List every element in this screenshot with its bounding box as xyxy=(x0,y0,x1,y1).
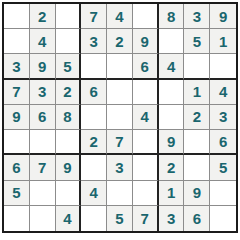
sudoku-cell-r1c4[interactable]: 7 xyxy=(81,4,107,29)
sudoku-cell-r4c6[interactable] xyxy=(133,80,159,105)
sudoku-cell-r8c1[interactable]: 5 xyxy=(4,181,30,206)
sudoku-cell-r3c5[interactable] xyxy=(107,54,133,79)
sudoku-cell-r6c6[interactable] xyxy=(133,130,159,155)
sudoku-cell-r2c6[interactable]: 9 xyxy=(133,29,159,54)
sudoku-cell-r8c4[interactable]: 4 xyxy=(81,181,107,206)
sudoku-cell-r5c7[interactable] xyxy=(159,105,185,130)
sudoku-cell-r1c6[interactable] xyxy=(133,4,159,29)
sudoku-cell-r2c8[interactable]: 5 xyxy=(184,29,210,54)
sudoku-cell-r6c1[interactable] xyxy=(4,130,30,155)
sudoku-board-container: 2748394329513956473261496842327966793255… xyxy=(2,2,238,233)
sudoku-cell-r3c3[interactable]: 5 xyxy=(56,54,82,79)
sudoku-cell-r6c3[interactable] xyxy=(56,130,82,155)
sudoku-cell-r7c9[interactable]: 5 xyxy=(210,155,236,180)
sudoku-cell-r8c9[interactable] xyxy=(210,181,236,206)
sudoku-cell-r9c5[interactable]: 5 xyxy=(107,206,133,231)
sudoku-cell-r3c2[interactable]: 9 xyxy=(30,54,56,79)
sudoku-cell-r7c3[interactable]: 9 xyxy=(56,155,82,180)
sudoku-cell-r4c5[interactable] xyxy=(107,80,133,105)
sudoku-cell-r4c3[interactable]: 2 xyxy=(56,80,82,105)
sudoku-cell-r7c6[interactable] xyxy=(133,155,159,180)
sudoku-cell-r5c9[interactable]: 3 xyxy=(210,105,236,130)
sudoku-cell-r8c7[interactable]: 1 xyxy=(159,181,185,206)
sudoku-board: 2748394329513956473261496842327966793255… xyxy=(2,2,238,233)
sudoku-cell-r9c9[interactable] xyxy=(210,206,236,231)
sudoku-cell-r9c6[interactable]: 7 xyxy=(133,206,159,231)
sudoku-cell-r9c1[interactable] xyxy=(4,206,30,231)
sudoku-cell-r4c1[interactable]: 7 xyxy=(4,80,30,105)
sudoku-cell-r8c5[interactable] xyxy=(107,181,133,206)
sudoku-cell-r1c7[interactable]: 8 xyxy=(159,4,185,29)
sudoku-cell-r3c1[interactable]: 3 xyxy=(4,54,30,79)
sudoku-cell-r3c8[interactable] xyxy=(184,54,210,79)
sudoku-cell-r2c2[interactable]: 4 xyxy=(30,29,56,54)
sudoku-cell-r5c6[interactable]: 4 xyxy=(133,105,159,130)
sudoku-cell-r3c7[interactable]: 4 xyxy=(159,54,185,79)
sudoku-cell-r4c2[interactable]: 3 xyxy=(30,80,56,105)
sudoku-cell-r1c3[interactable] xyxy=(56,4,82,29)
sudoku-cell-r8c2[interactable] xyxy=(30,181,56,206)
sudoku-cell-r5c4[interactable] xyxy=(81,105,107,130)
sudoku-cell-r2c9[interactable]: 1 xyxy=(210,29,236,54)
sudoku-cell-r7c4[interactable] xyxy=(81,155,107,180)
sudoku-cell-r7c8[interactable] xyxy=(184,155,210,180)
sudoku-cell-r4c7[interactable] xyxy=(159,80,185,105)
sudoku-cell-r2c5[interactable]: 2 xyxy=(107,29,133,54)
sudoku-cell-r6c2[interactable] xyxy=(30,130,56,155)
sudoku-cell-r2c1[interactable] xyxy=(4,29,30,54)
sudoku-cell-r2c3[interactable] xyxy=(56,29,82,54)
sudoku-cell-r6c5[interactable]: 7 xyxy=(107,130,133,155)
sudoku-cell-r8c3[interactable] xyxy=(56,181,82,206)
sudoku-cell-r6c8[interactable] xyxy=(184,130,210,155)
sudoku-cell-r6c9[interactable]: 6 xyxy=(210,130,236,155)
sudoku-cell-r1c5[interactable]: 4 xyxy=(107,4,133,29)
sudoku-cell-r6c4[interactable]: 2 xyxy=(81,130,107,155)
sudoku-cell-r9c4[interactable] xyxy=(81,206,107,231)
sudoku-cell-r4c9[interactable]: 4 xyxy=(210,80,236,105)
sudoku-cell-r6c7[interactable]: 9 xyxy=(159,130,185,155)
sudoku-cell-r8c8[interactable]: 9 xyxy=(184,181,210,206)
sudoku-cell-r1c9[interactable]: 9 xyxy=(210,4,236,29)
sudoku-cell-r9c2[interactable] xyxy=(30,206,56,231)
sudoku-cell-r1c8[interactable]: 3 xyxy=(184,4,210,29)
sudoku-cell-r4c4[interactable]: 6 xyxy=(81,80,107,105)
sudoku-cell-r1c1[interactable] xyxy=(4,4,30,29)
sudoku-cell-r5c3[interactable]: 8 xyxy=(56,105,82,130)
sudoku-cell-r2c7[interactable] xyxy=(159,29,185,54)
sudoku-cell-r8c6[interactable] xyxy=(133,181,159,206)
sudoku-cell-r7c2[interactable]: 7 xyxy=(30,155,56,180)
sudoku-cell-r9c8[interactable]: 6 xyxy=(184,206,210,231)
sudoku-cell-r7c7[interactable]: 2 xyxy=(159,155,185,180)
sudoku-cell-r5c2[interactable]: 6 xyxy=(30,105,56,130)
sudoku-cell-r5c5[interactable] xyxy=(107,105,133,130)
sudoku-cell-r1c2[interactable]: 2 xyxy=(30,4,56,29)
sudoku-cell-r7c1[interactable]: 6 xyxy=(4,155,30,180)
sudoku-cell-r3c4[interactable] xyxy=(81,54,107,79)
sudoku-cell-r4c8[interactable]: 1 xyxy=(184,80,210,105)
sudoku-cell-r5c1[interactable]: 9 xyxy=(4,105,30,130)
sudoku-cell-r7c5[interactable]: 3 xyxy=(107,155,133,180)
sudoku-cell-r3c9[interactable] xyxy=(210,54,236,79)
sudoku-cell-r2c4[interactable]: 3 xyxy=(81,29,107,54)
sudoku-cell-r9c3[interactable]: 4 xyxy=(56,206,82,231)
sudoku-cell-r5c8[interactable]: 2 xyxy=(184,105,210,130)
sudoku-cell-r9c7[interactable]: 3 xyxy=(159,206,185,231)
sudoku-cell-r3c6[interactable]: 6 xyxy=(133,54,159,79)
